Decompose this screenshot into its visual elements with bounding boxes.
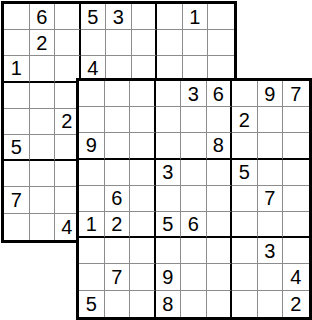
cell-r0c2[interactable]: [55, 4, 81, 30]
cell-r5c0[interactable]: 5: [4, 135, 30, 161]
cell-r10c4[interactable]: 7: [105, 264, 131, 290]
cell-r4c8[interactable]: [207, 107, 233, 133]
cell-r3c5[interactable]: [130, 81, 156, 107]
cell-r2c0[interactable]: 1: [4, 56, 30, 82]
cell-r1c1[interactable]: 2: [30, 30, 56, 56]
cell-r3c0[interactable]: [4, 83, 30, 109]
cell-r0c3[interactable]: 5: [81, 4, 107, 30]
cell-r5c3[interactable]: 9: [79, 133, 105, 159]
cell-r4c3[interactable]: [79, 107, 105, 133]
cell-r9c8[interactable]: [207, 238, 233, 264]
cell-r7c7[interactable]: [181, 186, 207, 212]
cell-r0c0[interactable]: [4, 4, 30, 30]
cell-r6c11[interactable]: [283, 160, 309, 186]
cell-r6c9[interactable]: 5: [232, 160, 258, 186]
cell-r2c1[interactable]: [30, 56, 56, 82]
cell-r11c3[interactable]: 5: [79, 291, 105, 317]
cell-r5c8[interactable]: 8: [207, 133, 233, 159]
cell-r0c6[interactable]: [157, 4, 183, 30]
cell-r4c6[interactable]: [156, 107, 182, 133]
cell-r11c7[interactable]: [181, 291, 207, 317]
cell-r5c5[interactable]: [130, 133, 156, 159]
cell-r8c7[interactable]: 6: [181, 212, 207, 238]
cell-r5c11[interactable]: [283, 133, 309, 159]
cell-r6c1[interactable]: [30, 161, 56, 187]
cell-r7c11[interactable]: [283, 186, 309, 212]
cell-r4c10[interactable]: [258, 107, 284, 133]
cell-r10c11[interactable]: 4: [283, 264, 309, 290]
cell-r1c7[interactable]: [183, 30, 209, 56]
cell-r4c4[interactable]: [105, 107, 131, 133]
cell-r3c8[interactable]: 6: [207, 81, 233, 107]
cell-r10c10[interactable]: [258, 264, 284, 290]
cell-r9c11[interactable]: [283, 238, 309, 264]
cell-r4c11[interactable]: [283, 107, 309, 133]
cell-r4c9[interactable]: 2: [232, 107, 258, 133]
cell-r5c1[interactable]: [30, 135, 56, 161]
puzzle-canvas: 653121436259837641256 369729835671256379…: [0, 0, 312, 320]
cell-r3c9[interactable]: [232, 81, 258, 107]
cell-r3c11[interactable]: 7: [283, 81, 309, 107]
cell-r8c0[interactable]: [4, 214, 30, 240]
cell-r7c10[interactable]: 7: [258, 186, 284, 212]
cell-r6c6[interactable]: 3: [156, 160, 182, 186]
cell-r3c6[interactable]: [156, 81, 182, 107]
cell-r1c5[interactable]: [132, 30, 158, 56]
cell-r7c1[interactable]: [30, 187, 56, 213]
cell-r11c10[interactable]: [258, 291, 284, 317]
cell-r11c8[interactable]: [207, 291, 233, 317]
cell-r3c1[interactable]: [30, 83, 56, 109]
cell-r9c3[interactable]: [79, 238, 105, 264]
cell-r7c5[interactable]: [130, 186, 156, 212]
cell-r1c3[interactable]: [81, 30, 107, 56]
cell-r11c5[interactable]: [130, 291, 156, 317]
cell-r8c9[interactable]: [232, 212, 258, 238]
cell-r1c0[interactable]: [4, 30, 30, 56]
cell-r10c3[interactable]: [79, 264, 105, 290]
cell-r7c0[interactable]: 7: [4, 187, 30, 213]
cell-r5c10[interactable]: [258, 133, 284, 159]
cell-r0c1[interactable]: 6: [30, 4, 56, 30]
cell-r11c11[interactable]: 2: [283, 291, 309, 317]
cell-r1c6[interactable]: [157, 30, 183, 56]
cell-r8c8[interactable]: [207, 212, 233, 238]
cell-r11c6[interactable]: 8: [156, 291, 182, 317]
cell-r3c3[interactable]: [79, 81, 105, 107]
cell-r9c4[interactable]: [105, 238, 131, 264]
cell-r0c7[interactable]: 1: [183, 4, 209, 30]
cell-r9c6[interactable]: [156, 238, 182, 264]
sudoku-board-bottom-right: 3697298356712563794582: [76, 78, 312, 320]
cell-r8c3[interactable]: 1: [79, 212, 105, 238]
cell-r11c9[interactable]: [232, 291, 258, 317]
cell-r8c1[interactable]: [30, 214, 56, 240]
cell-r8c5[interactable]: [130, 212, 156, 238]
cell-r6c4[interactable]: [105, 160, 131, 186]
cell-r6c5[interactable]: [130, 160, 156, 186]
cell-r5c6[interactable]: [156, 133, 182, 159]
cell-r3c4[interactable]: [105, 81, 131, 107]
cell-r9c9[interactable]: [232, 238, 258, 264]
cell-r7c9[interactable]: [232, 186, 258, 212]
cell-r0c4[interactable]: 3: [106, 4, 132, 30]
cell-r4c0[interactable]: [4, 109, 30, 135]
cell-r10c6[interactable]: 9: [156, 264, 182, 290]
cell-r6c7[interactable]: [181, 160, 207, 186]
cell-r7c6[interactable]: [156, 186, 182, 212]
cell-r1c4[interactable]: [106, 30, 132, 56]
cell-r4c5[interactable]: [130, 107, 156, 133]
cell-r8c10[interactable]: [258, 212, 284, 238]
cell-r3c7[interactable]: 3: [181, 81, 207, 107]
cell-r0c8[interactable]: [208, 4, 234, 30]
cell-r9c7[interactable]: [181, 238, 207, 264]
cell-r0c5[interactable]: [132, 4, 158, 30]
cell-r10c8[interactable]: [207, 264, 233, 290]
cell-r6c10[interactable]: [258, 160, 284, 186]
cell-r8c6[interactable]: 5: [156, 212, 182, 238]
cell-r5c9[interactable]: [232, 133, 258, 159]
cell-r8c11[interactable]: [283, 212, 309, 238]
cell-r10c5[interactable]: [130, 264, 156, 290]
cell-r7c8[interactable]: [207, 186, 233, 212]
cell-r6c8[interactable]: [207, 160, 233, 186]
cell-r4c1[interactable]: [30, 109, 56, 135]
cell-r11c4[interactable]: [105, 291, 131, 317]
cell-r1c8[interactable]: [208, 30, 234, 56]
cell-r6c3[interactable]: [79, 160, 105, 186]
cell-r3c10[interactable]: 9: [258, 81, 284, 107]
cell-r10c7[interactable]: [181, 264, 207, 290]
cell-r9c5[interactable]: [130, 238, 156, 264]
cell-r7c4[interactable]: 6: [105, 186, 131, 212]
cell-r5c7[interactable]: [181, 133, 207, 159]
cell-r8c4[interactable]: 2: [105, 212, 131, 238]
cell-r10c9[interactable]: [232, 264, 258, 290]
cell-r1c2[interactable]: [55, 30, 81, 56]
cell-r4c7[interactable]: [181, 107, 207, 133]
cell-r6c0[interactable]: [4, 161, 30, 187]
cell-r5c4[interactable]: [105, 133, 131, 159]
cell-r7c3[interactable]: [79, 186, 105, 212]
cell-r9c10[interactable]: 3: [258, 238, 284, 264]
